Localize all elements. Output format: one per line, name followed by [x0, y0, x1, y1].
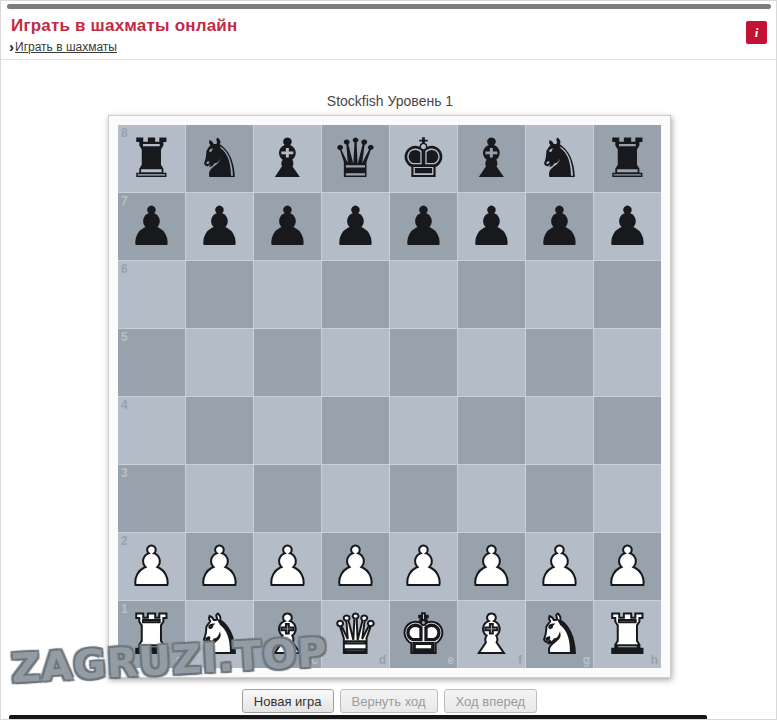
- square-c1[interactable]: c♝: [254, 601, 321, 668]
- square-c3[interactable]: [254, 465, 321, 532]
- square-f5[interactable]: [458, 329, 525, 396]
- chess-board: 8♜♞♝♛♚♝♞♜7♟♟♟♟♟♟♟♟65432♟♟♟♟♟♟♟♟1a♜b♞c♝d♛…: [118, 125, 661, 668]
- square-h1[interactable]: h♜: [594, 601, 661, 668]
- white-rook[interactable]: ♜: [127, 608, 175, 662]
- square-a5[interactable]: 5: [118, 329, 185, 396]
- square-d8[interactable]: ♛: [322, 125, 389, 192]
- black-pawn[interactable]: ♟: [399, 200, 447, 254]
- white-king[interactable]: ♚: [399, 608, 447, 662]
- square-b6[interactable]: [186, 261, 253, 328]
- square-e2[interactable]: ♟: [390, 533, 457, 600]
- black-knight[interactable]: ♞: [535, 132, 583, 186]
- white-pawn[interactable]: ♟: [263, 540, 311, 594]
- black-pawn[interactable]: ♟: [195, 200, 243, 254]
- square-c6[interactable]: [254, 261, 321, 328]
- rank-label-1: 1: [121, 603, 128, 615]
- rank-label-8: 8: [121, 127, 128, 139]
- black-pawn[interactable]: ♟: [467, 200, 515, 254]
- info-button[interactable]: i: [746, 21, 767, 44]
- file-label-b: b: [243, 654, 250, 666]
- black-pawn[interactable]: ♟: [263, 200, 311, 254]
- square-g5[interactable]: [526, 329, 593, 396]
- breadcrumb-chevron-icon: ›: [9, 41, 14, 53]
- square-c2[interactable]: ♟: [254, 533, 321, 600]
- black-bishop[interactable]: ♝: [467, 132, 515, 186]
- square-b7[interactable]: ♟: [186, 193, 253, 260]
- breadcrumb: › Играть в шахматы: [9, 40, 117, 54]
- breadcrumb-link[interactable]: Играть в шахматы: [15, 40, 117, 54]
- square-e1[interactable]: e♚: [390, 601, 457, 668]
- square-b2[interactable]: ♟: [186, 533, 253, 600]
- square-h2[interactable]: ♟: [594, 533, 661, 600]
- square-a7[interactable]: 7♟: [118, 193, 185, 260]
- square-d2[interactable]: ♟: [322, 533, 389, 600]
- square-a8[interactable]: 8♜: [118, 125, 185, 192]
- white-pawn[interactable]: ♟: [195, 540, 243, 594]
- chess-board-frame: 8♜♞♝♛♚♝♞♜7♟♟♟♟♟♟♟♟65432♟♟♟♟♟♟♟♟1a♜b♞c♝d♛…: [108, 115, 671, 678]
- square-d1[interactable]: d♛: [322, 601, 389, 668]
- file-label-d: d: [379, 654, 386, 666]
- square-f2[interactable]: ♟: [458, 533, 525, 600]
- redo-move-button: Ход вперед: [444, 689, 538, 713]
- undo-move-button: Вернуть ход: [340, 689, 438, 713]
- square-e8[interactable]: ♚: [390, 125, 457, 192]
- square-d3[interactable]: [322, 465, 389, 532]
- square-b3[interactable]: [186, 465, 253, 532]
- square-f3[interactable]: [458, 465, 525, 532]
- white-bishop[interactable]: ♝: [263, 608, 311, 662]
- square-e5[interactable]: [390, 329, 457, 396]
- square-f4[interactable]: [458, 397, 525, 464]
- white-pawn[interactable]: ♟: [127, 540, 175, 594]
- square-g8[interactable]: ♞: [526, 125, 593, 192]
- square-f7[interactable]: ♟: [458, 193, 525, 260]
- white-bishop[interactable]: ♝: [467, 608, 515, 662]
- white-knight[interactable]: ♞: [195, 608, 243, 662]
- square-e7[interactable]: ♟: [390, 193, 457, 260]
- square-d6[interactable]: [322, 261, 389, 328]
- white-queen[interactable]: ♛: [331, 608, 379, 662]
- file-label-g: g: [583, 654, 590, 666]
- square-g6[interactable]: [526, 261, 593, 328]
- square-c7[interactable]: ♟: [254, 193, 321, 260]
- rank-label-7: 7: [121, 195, 128, 207]
- square-e6[interactable]: [390, 261, 457, 328]
- file-label-a: a: [175, 654, 182, 666]
- black-rook[interactable]: ♜: [127, 132, 175, 186]
- square-h6[interactable]: [594, 261, 661, 328]
- square-a4[interactable]: 4: [118, 397, 185, 464]
- engine-level-title: Stockfish Уровень 1: [109, 93, 671, 109]
- black-pawn[interactable]: ♟: [331, 200, 379, 254]
- bottom-divider-bar: [9, 715, 707, 720]
- square-d4[interactable]: [322, 397, 389, 464]
- square-d5[interactable]: [322, 329, 389, 396]
- square-a2[interactable]: 2♟: [118, 533, 185, 600]
- square-h7[interactable]: ♟: [594, 193, 661, 260]
- square-c4[interactable]: [254, 397, 321, 464]
- rank-label-4: 4: [121, 399, 128, 411]
- white-pawn[interactable]: ♟: [535, 540, 583, 594]
- white-pawn[interactable]: ♟: [399, 540, 447, 594]
- square-a3[interactable]: 3: [118, 465, 185, 532]
- square-b8[interactable]: ♞: [186, 125, 253, 192]
- rank-label-5: 5: [121, 331, 128, 343]
- white-knight[interactable]: ♞: [535, 608, 583, 662]
- square-d7[interactable]: ♟: [322, 193, 389, 260]
- white-rook[interactable]: ♜: [603, 608, 651, 662]
- white-pawn[interactable]: ♟: [603, 540, 651, 594]
- square-h5[interactable]: [594, 329, 661, 396]
- black-rook[interactable]: ♜: [603, 132, 651, 186]
- square-c5[interactable]: [254, 329, 321, 396]
- page: { "game": "chess", "position": { "fen": …: [0, 0, 777, 720]
- rank-label-6: 6: [121, 263, 128, 275]
- black-pawn[interactable]: ♟: [127, 200, 175, 254]
- file-label-e: e: [447, 654, 454, 666]
- page-header: Играть в шахматы онлайн › Играть в шахма…: [1, 11, 776, 60]
- rank-label-3: 3: [121, 467, 128, 479]
- square-g4[interactable]: [526, 397, 593, 464]
- black-bishop[interactable]: ♝: [263, 132, 311, 186]
- square-f8[interactable]: ♝: [458, 125, 525, 192]
- square-g2[interactable]: ♟: [526, 533, 593, 600]
- square-e4[interactable]: [390, 397, 457, 464]
- square-h8[interactable]: ♜: [594, 125, 661, 192]
- square-f6[interactable]: [458, 261, 525, 328]
- white-pawn[interactable]: ♟: [467, 540, 515, 594]
- file-label-c: c: [311, 654, 318, 666]
- black-king[interactable]: ♚: [399, 132, 447, 186]
- square-h3[interactable]: [594, 465, 661, 532]
- white-pawn[interactable]: ♟: [331, 540, 379, 594]
- square-g7[interactable]: ♟: [526, 193, 593, 260]
- game-controls: Новая играВернуть ходХод вперед: [1, 689, 777, 713]
- square-f1[interactable]: f♝: [458, 601, 525, 668]
- top-divider-bar: [7, 4, 771, 9]
- black-knight[interactable]: ♞: [195, 132, 243, 186]
- square-b5[interactable]: [186, 329, 253, 396]
- square-c8[interactable]: ♝: [254, 125, 321, 192]
- square-b4[interactable]: [186, 397, 253, 464]
- new-game-button[interactable]: Новая игра: [242, 689, 334, 713]
- square-b1[interactable]: b♞: [186, 601, 253, 668]
- square-g1[interactable]: g♞: [526, 601, 593, 668]
- square-e3[interactable]: [390, 465, 457, 532]
- black-pawn[interactable]: ♟: [535, 200, 583, 254]
- square-h4[interactable]: [594, 397, 661, 464]
- square-a1[interactable]: 1a♜: [118, 601, 185, 668]
- file-label-h: h: [651, 654, 658, 666]
- black-pawn[interactable]: ♟: [603, 200, 651, 254]
- black-queen[interactable]: ♛: [331, 132, 379, 186]
- page-title: Играть в шахматы онлайн: [11, 16, 238, 36]
- square-a6[interactable]: 6: [118, 261, 185, 328]
- rank-label-2: 2: [121, 535, 128, 547]
- file-label-f: f: [518, 654, 522, 666]
- square-g3[interactable]: [526, 465, 593, 532]
